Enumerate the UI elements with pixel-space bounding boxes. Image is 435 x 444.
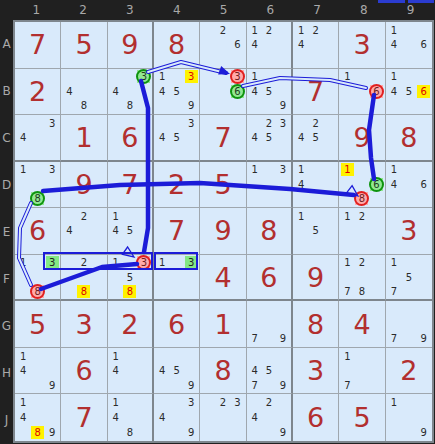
candidate-grid: 12 (340, 209, 383, 253)
cell-C9[interactable]: 8 (386, 115, 432, 162)
candidate-5: 5 (262, 85, 275, 98)
candidate-4: 4 (248, 38, 261, 51)
cell-F1[interactable]: 138 (15, 255, 61, 302)
candidate-grid: 124 (294, 23, 337, 67)
screen: 123456789 ABCDEFGHJ 75982612412431462483… (0, 0, 435, 444)
row-label-D: D (0, 161, 13, 208)
candidate-1: 1 (109, 396, 122, 409)
row-label-J: J (0, 396, 13, 443)
candidate-1: 1 (295, 210, 308, 223)
candidate-3-r: 3 (137, 256, 150, 269)
candidate-grid: 459 (155, 349, 198, 393)
candidate-9: 9 (46, 379, 59, 392)
candidate-4: 4 (17, 131, 30, 144)
candidate-grid: 245 (294, 116, 337, 159)
candidate-4: 4 (388, 178, 401, 191)
cell-value: 2 (386, 348, 432, 394)
candidate-1: 1 (341, 350, 354, 363)
candidate-grid: 148 (109, 395, 151, 440)
candidate-grid: 19 (387, 395, 431, 440)
candidate-1: 1 (109, 256, 122, 269)
candidate-8: 8 (123, 426, 136, 439)
candidate-grid: 16 (340, 70, 383, 114)
candidate-2: 2 (77, 210, 90, 223)
cell-B2[interactable]: 48 (61, 69, 107, 116)
candidate-1: 1 (388, 163, 401, 176)
candidate-4: 4 (17, 411, 30, 424)
cell-C8[interactable]: 9 (339, 115, 385, 162)
cell-value: 5 (61, 22, 106, 68)
cell-H1[interactable]: 149 (15, 348, 61, 395)
candidate-grid: 157 (387, 256, 431, 299)
cell-B7[interactable]: 7 (293, 69, 339, 116)
candidate-4: 4 (295, 178, 308, 191)
candidate-4: 4 (248, 364, 261, 377)
candidate-grid: 168 (340, 163, 383, 207)
candidate-4: 4 (248, 131, 261, 144)
window-button-artifact-2[interactable] (408, 0, 434, 3)
cell-value: 7 (15, 22, 60, 68)
candidate-9: 9 (276, 426, 289, 439)
candidate-1: 1 (295, 163, 308, 176)
candidate-9: 9 (276, 332, 289, 345)
candidate-8-y: 8 (123, 285, 136, 298)
cell-J2[interactable]: 7 (61, 394, 107, 441)
candidate-3: 3 (46, 117, 59, 130)
candidate-4: 4 (248, 411, 261, 424)
candidate-6-g: 6 (231, 85, 244, 98)
col-label-5: 5 (200, 0, 247, 20)
candidate-1: 1 (248, 70, 261, 83)
candidate-8-r: 8 (31, 285, 44, 298)
candidate-grid: 1278 (340, 256, 383, 299)
candidate-5: 5 (170, 85, 183, 98)
cell-D9[interactable]: 146 (386, 162, 432, 209)
candidate-grid: 14 (294, 163, 337, 207)
candidate-3: 3 (276, 163, 289, 176)
cell-F7[interactable]: 9 (293, 255, 339, 302)
candidate-7: 7 (341, 379, 354, 392)
candidate-3: 3 (185, 117, 198, 130)
cell-value: 1 (200, 301, 245, 347)
cell-F6[interactable]: 6 (247, 255, 293, 302)
cell-G7[interactable]: 8 (293, 301, 339, 348)
cell-D4[interactable]: 2 (154, 162, 200, 209)
candidate-5: 5 (262, 364, 275, 377)
cell-G4[interactable]: 6 (154, 301, 200, 348)
candidate-3-g: 3 (137, 70, 150, 83)
cell-C7[interactable]: 245 (293, 115, 339, 162)
row-label-A: A (0, 20, 13, 67)
cell-F9[interactable]: 157 (386, 255, 432, 302)
cell-value: 8 (200, 348, 245, 394)
candidate-grid: 138 (16, 256, 59, 299)
cell-E8[interactable]: 12 (339, 208, 385, 255)
candidate-grid: 349 (155, 395, 198, 440)
cell-E6[interactable]: 8 (247, 208, 293, 255)
candidate-1: 1 (341, 256, 354, 269)
cell-J5[interactable]: 23 (200, 394, 246, 441)
cell-value: 9 (108, 22, 152, 68)
cell-G5[interactable]: 1 (200, 301, 246, 348)
cell-value: 3 (61, 301, 106, 347)
candidate-grid: 1358 (109, 256, 151, 299)
candidate-5: 5 (123, 224, 136, 237)
cell-C1[interactable]: 34 (15, 115, 61, 162)
cell-value: 2 (154, 162, 199, 208)
cell-A7[interactable]: 124 (293, 22, 339, 69)
candidate-8-r: 8 (355, 192, 368, 205)
candidate-4: 4 (295, 131, 308, 144)
cell-B5[interactable]: 36 (200, 69, 246, 116)
candidate-7: 7 (341, 285, 354, 298)
candidate-5: 5 (170, 364, 183, 377)
cell-B4[interactable]: 13459 (154, 69, 200, 116)
cell-J9[interactable]: 19 (386, 394, 432, 441)
candidate-1: 1 (17, 163, 30, 176)
candidate-grid: 348 (109, 70, 151, 114)
cell-F8[interactable]: 1278 (339, 255, 385, 302)
row-label-G: G (0, 302, 13, 349)
cell-D6[interactable]: 13 (247, 162, 293, 209)
col-label-9: 9 (387, 0, 434, 20)
cell-value: 9 (293, 255, 338, 300)
candidate-4: 4 (388, 85, 401, 98)
candidate-1: 1 (341, 210, 354, 223)
col-label-4: 4 (153, 0, 200, 20)
col-label-2: 2 (60, 0, 107, 20)
candidate-3-gb: 3 (46, 256, 59, 269)
candidate-9: 9 (46, 426, 59, 439)
candidate-4: 4 (109, 411, 122, 424)
cell-B3[interactable]: 348 (108, 69, 154, 116)
candidate-grid: 138 (16, 163, 59, 207)
candidate-8: 8 (355, 285, 368, 298)
candidate-7: 7 (388, 285, 401, 298)
candidate-grid: 149 (16, 349, 59, 393)
candidate-4: 4 (109, 364, 122, 377)
candidate-9: 9 (417, 426, 430, 439)
column-labels: 123456789 (13, 0, 434, 20)
candidate-4: 4 (248, 85, 261, 98)
cell-value: 3 (293, 348, 338, 394)
cell-C4[interactable]: 345 (154, 115, 200, 162)
cell-H2[interactable]: 6 (61, 348, 107, 395)
candidate-5: 5 (309, 224, 322, 237)
cell-value: 8 (386, 115, 432, 160)
candidate-4: 4 (63, 85, 76, 98)
candidate-grid: 1459 (248, 70, 290, 114)
candidate-grid: 79 (387, 302, 431, 346)
candidate-2: 2 (216, 24, 229, 37)
candidate-4: 4 (109, 224, 122, 237)
cell-C5[interactable]: 7 (200, 115, 246, 162)
candidate-5: 5 (170, 131, 183, 144)
cell-value: 9 (61, 162, 106, 208)
candidate-grid: 48 (62, 70, 105, 114)
candidate-4: 4 (156, 411, 169, 424)
cell-B8[interactable]: 16 (339, 69, 385, 116)
cell-F2[interactable]: 28 (61, 255, 107, 302)
candidate-1: 1 (388, 396, 401, 409)
cell-D3[interactable]: 7 (108, 162, 154, 209)
cell-value: 1 (61, 115, 106, 160)
candidate-9: 9 (276, 379, 289, 392)
candidate-2: 2 (355, 210, 368, 223)
cell-value: 8 (154, 22, 199, 68)
candidate-2: 2 (309, 117, 322, 130)
candidate-grid: 23 (201, 395, 244, 440)
row-label-H: H (0, 349, 13, 396)
cell-J3[interactable]: 148 (108, 394, 154, 441)
cell-value: 9 (200, 208, 245, 254)
candidate-2: 2 (216, 396, 229, 409)
cell-value: 7 (293, 69, 338, 115)
candidate-9: 9 (276, 99, 289, 112)
candidate-6: 6 (417, 178, 430, 191)
candidate-2: 2 (77, 256, 90, 269)
candidate-4: 4 (109, 85, 122, 98)
candidate-grid: 14 (109, 349, 151, 393)
candidate-1: 1 (109, 350, 122, 363)
candidate-grid: 145 (109, 209, 151, 253)
row-label-F: F (0, 255, 13, 302)
cell-F5[interactable]: 4 (200, 255, 246, 302)
candidate-grid: 34 (16, 116, 59, 159)
candidate-grid: 146 (387, 163, 431, 207)
candidate-3: 3 (46, 163, 59, 176)
candidate-1: 1 (388, 24, 401, 37)
cell-E2[interactable]: 24 (61, 208, 107, 255)
candidate-2: 2 (262, 396, 275, 409)
candidate-1: 1 (248, 24, 261, 37)
candidate-7: 7 (388, 332, 401, 345)
cell-C2[interactable]: 1 (61, 115, 107, 162)
cell-E3[interactable]: 145 (108, 208, 154, 255)
candidate-grid: 26 (201, 23, 244, 67)
cell-F4[interactable]: 13 (154, 255, 200, 302)
candidate-6: 6 (417, 38, 430, 51)
sudoku-board: 7598261241243146248348134593614597161456… (13, 20, 434, 443)
cell-A6[interactable]: 124 (247, 22, 293, 69)
candidate-grid: 249 (248, 395, 290, 440)
candidate-7: 7 (248, 332, 261, 345)
cell-value: 3 (339, 22, 384, 68)
cell-G2[interactable]: 3 (61, 301, 107, 348)
cell-value: 4 (200, 255, 245, 300)
candidate-1: 1 (388, 256, 401, 269)
candidate-8-y: 8 (31, 426, 44, 439)
candidate-9: 9 (185, 426, 198, 439)
cell-C3[interactable]: 6 (108, 115, 154, 162)
candidate-grid: 13 (248, 163, 290, 207)
col-label-8: 8 (340, 0, 387, 20)
cell-E7[interactable]: 15 (293, 208, 339, 255)
candidate-9: 9 (185, 99, 198, 112)
candidate-6-y: 6 (417, 85, 430, 98)
cell-J1[interactable]: 1489 (15, 394, 61, 441)
cell-H3[interactable]: 14 (108, 348, 154, 395)
candidate-6-g: 6 (370, 178, 383, 191)
candidate-grid: 1456 (387, 70, 431, 114)
cell-A1[interactable]: 7 (15, 22, 61, 69)
cell-value: 4 (339, 301, 384, 347)
candidate-8-y: 8 (77, 285, 90, 298)
cell-A9[interactable]: 146 (386, 22, 432, 69)
col-label-1: 1 (13, 0, 60, 20)
cell-E1[interactable]: 6 (15, 208, 61, 255)
candidate-3: 3 (276, 117, 289, 130)
cell-value: 8 (247, 208, 291, 254)
cell-D8[interactable]: 168 (339, 162, 385, 209)
candidate-grid: 4579 (248, 349, 290, 393)
candidate-grid: 36 (201, 70, 244, 114)
candidate-3-r: 3 (231, 70, 244, 83)
cell-H5[interactable]: 8 (200, 348, 246, 395)
candidate-1: 1 (17, 256, 30, 269)
cell-D2[interactable]: 9 (61, 162, 107, 209)
candidate-9: 9 (185, 379, 198, 392)
cell-value: 6 (108, 115, 152, 160)
cell-value: 2 (15, 69, 60, 115)
cell-C6[interactable]: 2345 (247, 115, 293, 162)
candidate-1: 1 (341, 70, 354, 83)
cell-A4[interactable]: 8 (154, 22, 200, 69)
window-button-artifact-1[interactable] (378, 0, 405, 3)
candidate-1: 1 (248, 163, 261, 176)
cell-value: 3 (386, 208, 432, 254)
candidate-grid: 15 (294, 209, 337, 253)
candidate-grid: 24 (62, 209, 105, 253)
cell-value: 6 (154, 301, 199, 347)
cell-value: 7 (154, 208, 199, 254)
cell-A5[interactable]: 26 (200, 22, 246, 69)
candidate-5: 5 (262, 131, 275, 144)
candidate-4: 4 (156, 131, 169, 144)
cell-J7[interactable]: 6 (293, 394, 339, 441)
cell-value: 7 (61, 394, 106, 441)
col-label-7: 7 (294, 0, 341, 20)
cell-D1[interactable]: 138 (15, 162, 61, 209)
cell-value: 7 (200, 115, 245, 160)
cell-G8[interactable]: 4 (339, 301, 385, 348)
cell-value: 2 (108, 301, 152, 347)
cell-G9[interactable]: 79 (386, 301, 432, 348)
candidate-1: 1 (17, 396, 30, 409)
candidate-grid: 28 (62, 256, 105, 299)
candidate-1: 1 (156, 256, 169, 269)
candidate-4: 4 (156, 364, 169, 377)
candidate-grid: 17 (340, 349, 383, 393)
candidate-4: 4 (295, 38, 308, 51)
candidate-8-g: 8 (31, 192, 44, 205)
candidate-5: 5 (123, 271, 136, 284)
cell-E5[interactable]: 9 (200, 208, 246, 255)
row-label-E: E (0, 208, 13, 255)
row-label-C: C (0, 114, 13, 161)
candidate-1: 1 (295, 24, 308, 37)
candidate-grid: 79 (248, 302, 290, 346)
candidate-1: 1 (109, 210, 122, 223)
cell-J4[interactable]: 349 (154, 394, 200, 441)
cell-B9[interactable]: 1456 (386, 69, 432, 116)
cell-value: 8 (293, 301, 338, 347)
cell-A2[interactable]: 5 (61, 22, 107, 69)
candidate-3-gb: 3 (185, 256, 198, 269)
candidate-3: 3 (231, 396, 244, 409)
cell-value: 6 (61, 348, 106, 394)
row-labels: ABCDEFGHJ (0, 20, 13, 443)
cell-A3[interactable]: 9 (108, 22, 154, 69)
candidate-7: 7 (248, 379, 261, 392)
candidate-grid: 146 (387, 23, 431, 67)
candidate-5: 5 (309, 131, 322, 144)
cell-F3[interactable]: 1358 (108, 255, 154, 302)
candidate-1: 1 (388, 70, 401, 83)
cell-H7[interactable]: 3 (293, 348, 339, 395)
cell-G3[interactable]: 2 (108, 301, 154, 348)
cell-G6[interactable]: 79 (247, 301, 293, 348)
cell-D7[interactable]: 14 (293, 162, 339, 209)
row-label-B: B (0, 67, 13, 114)
cell-J8[interactable]: 5 (339, 394, 385, 441)
candidate-grid: 345 (155, 116, 198, 159)
cell-E9[interactable]: 3 (386, 208, 432, 255)
cell-H4[interactable]: 459 (154, 348, 200, 395)
candidate-2: 2 (262, 117, 275, 130)
cell-G1[interactable]: 5 (15, 301, 61, 348)
candidate-grid: 1489 (16, 395, 59, 440)
candidate-grid: 124 (248, 23, 290, 67)
candidate-8: 8 (123, 99, 136, 112)
candidate-3-y: 3 (185, 70, 198, 83)
cell-H9[interactable]: 2 (386, 348, 432, 395)
candidate-3: 3 (185, 396, 198, 409)
cell-value: 5 (15, 301, 60, 347)
candidate-5: 5 (402, 85, 415, 98)
col-label-6: 6 (247, 0, 294, 20)
cell-value: 6 (247, 255, 291, 300)
cell-value: 9 (339, 115, 384, 160)
cell-E4[interactable]: 7 (154, 208, 200, 255)
cell-value: 5 (339, 394, 384, 441)
candidate-1: 1 (156, 70, 169, 83)
cell-B6[interactable]: 1459 (247, 69, 293, 116)
candidate-2: 2 (355, 256, 368, 269)
candidate-1-y: 1 (341, 163, 354, 176)
candidate-grid: 13 (155, 256, 198, 299)
cell-value: 5 (200, 162, 245, 208)
cell-value: 7 (108, 162, 152, 208)
cell-H6[interactable]: 4579 (247, 348, 293, 395)
candidate-4: 4 (388, 38, 401, 51)
cell-value: 6 (15, 208, 60, 254)
cell-A8[interactable]: 3 (339, 22, 385, 69)
candidate-4: 4 (17, 364, 30, 377)
cell-D5[interactable]: 5 (200, 162, 246, 209)
candidate-1: 1 (17, 350, 30, 363)
cell-H8[interactable]: 17 (339, 348, 385, 395)
candidate-6-r: 6 (370, 85, 383, 98)
col-label-3: 3 (107, 0, 154, 20)
candidate-5: 5 (402, 271, 415, 284)
cell-B1[interactable]: 2 (15, 69, 61, 116)
candidate-grid: 13459 (155, 70, 198, 114)
cell-J6[interactable]: 249 (247, 394, 293, 441)
candidate-9: 9 (417, 332, 430, 345)
candidate-4: 4 (63, 224, 76, 237)
candidate-2: 2 (262, 24, 275, 37)
